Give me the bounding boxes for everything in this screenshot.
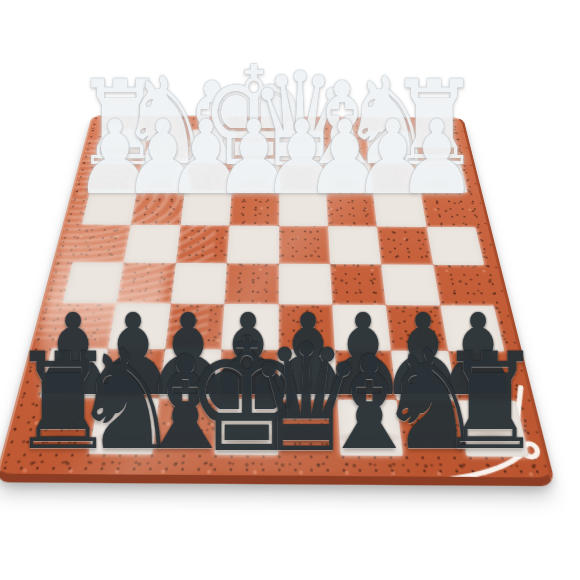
- square-d4[interactable]: [278, 226, 329, 264]
- board-photo-scene: ♜♞♝♚♛♝♞♜♟♟♟♟♟♟♟♟♟♟♟♟♟♟♟♟♜♞♝♚♛♝♞♜: [0, 0, 580, 580]
- piece-black-rook-a8[interactable]: ♜: [437, 336, 542, 470]
- square-e4[interactable]: [227, 225, 279, 263]
- pieces-layer: ♜♞♝♚♛♝♞♜♟♟♟♟♟♟♟♟♟♟♟♟♟♟♟♟♜♞♝♚♛♝♞♜: [0, 0, 580, 580]
- piece-white-pawn-a2[interactable]: ♟: [396, 107, 477, 209]
- square-b4[interactable]: [377, 226, 433, 264]
- square-a4[interactable]: [426, 227, 484, 265]
- square-c4[interactable]: [328, 226, 381, 264]
- square-h4[interactable]: [73, 224, 131, 262]
- square-g4[interactable]: [124, 225, 180, 263]
- square-f4[interactable]: [176, 225, 230, 263]
